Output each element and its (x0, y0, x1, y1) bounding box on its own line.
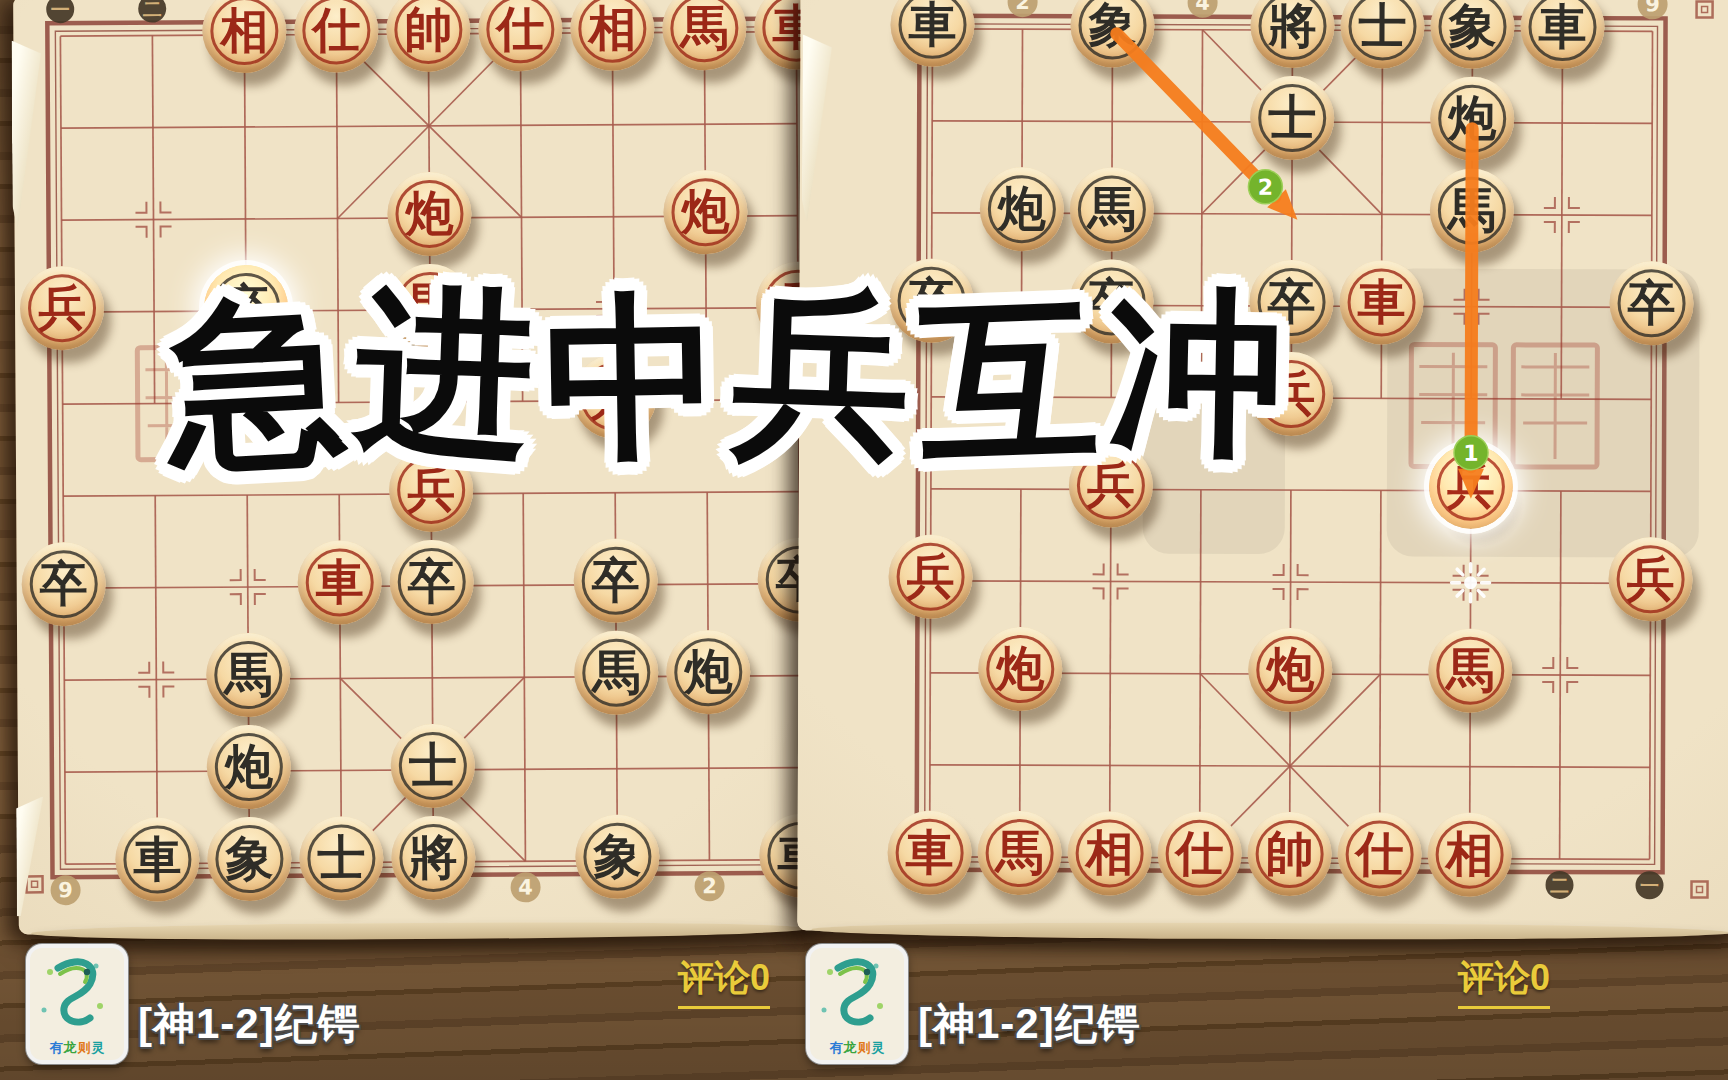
piece-black-elephant[interactable]: 象 (1430, 0, 1514, 69)
dragon-avatar-icon (810, 948, 896, 1052)
piece-black-advisor[interactable]: 士 (299, 816, 384, 901)
piece-red-advisor[interactable]: 仕 (1157, 812, 1241, 896)
right-userbar: 有龙则灵 [神1-2]纪锷 评论0 (806, 944, 1550, 1074)
piece-glyph: 相 (570, 0, 655, 71)
piece-glyph: 卒 (889, 259, 973, 343)
piece-glyph: 炮 (1430, 77, 1514, 161)
piece-black-soldier[interactable]: 卒 (1609, 261, 1693, 345)
piece-glyph: 士 (1250, 76, 1334, 160)
piece-black-soldier[interactable]: 卒 (204, 265, 289, 350)
piece-black-chariot[interactable]: 車 (890, 0, 974, 67)
piece-glyph: 炮 (663, 170, 748, 255)
piece-glyph: 兵 (1069, 443, 1153, 527)
piece-glyph: 卒 (1069, 259, 1153, 343)
piece-black-king[interactable]: 將 (391, 816, 476, 901)
piece-red-elephant[interactable]: 相 (202, 0, 287, 73)
piece-glyph: 馬 (1070, 167, 1154, 251)
piece-glyph: 象 (575, 815, 660, 900)
piece-black-advisor[interactable]: 士 (391, 724, 476, 809)
left-userbar: 有龙则灵 [神1-2]纪锷 评论0 (26, 944, 770, 1074)
piece-black-soldier[interactable]: 卒 (21, 542, 106, 627)
piece-glyph: 馬 (662, 0, 747, 70)
piece-glyph: 車 (297, 540, 382, 625)
piece-glyph: 兵 (888, 535, 972, 619)
piece-red-king[interactable]: 帥 (1247, 812, 1331, 896)
piece-red-king[interactable]: 帥 (386, 0, 471, 72)
comments-link[interactable]: 评论0 (1458, 954, 1550, 1009)
piece-black-king[interactable]: 將 (1250, 0, 1334, 68)
piece-red-chariot[interactable]: 車 (297, 540, 382, 625)
piece-glyph: 士 (1340, 0, 1424, 69)
piece-red-cannon[interactable]: 炮 (978, 627, 1062, 711)
piece-black-horse[interactable]: 馬 (1070, 167, 1154, 251)
piece-black-soldier[interactable]: 卒 (889, 259, 973, 343)
piece-black-cannon[interactable]: 炮 (207, 725, 292, 810)
piece-glyph: 仕 (1337, 812, 1421, 896)
right-board-paper: 249二一 車象將士象車士炮炮馬馬卒卒卒車卒兵兵兵兵兵炮炮馬車馬相仕帥仕相 21 (797, 0, 1728, 934)
piece-glyph: 炮 (1248, 628, 1332, 712)
piece-glyph: 象 (1070, 0, 1154, 68)
piece-red-horse[interactable]: 馬 (1428, 629, 1512, 713)
dragon-avatar-icon (30, 948, 116, 1052)
piece-glyph: 相 (1067, 811, 1151, 895)
piece-red-cannon[interactable]: 炮 (1248, 628, 1332, 712)
piece-glyph: 車 (1339, 260, 1423, 344)
piece-glyph: 相 (1427, 813, 1511, 897)
left-board-paper: 一二942 相仕帥仕相馬車炮炮兵卒馬兵兵兵卒車卒卒卒馬馬炮炮士車象士將象車 (13, 0, 819, 934)
piece-glyph: 卒 (389, 540, 474, 625)
piece-black-soldier[interactable]: 卒 (1069, 259, 1153, 343)
piece-red-cannon[interactable]: 炮 (387, 172, 472, 257)
piece-glyph: 馬 (574, 631, 659, 716)
piece-glyph: 炮 (666, 630, 751, 715)
piece-glyph: 象 (207, 817, 292, 902)
piece-red-elephant[interactable]: 相 (570, 0, 655, 71)
piece-glyph: 卒 (21, 542, 106, 627)
piece-glyph: 兵 (1608, 537, 1692, 621)
piece-glyph: 兵 (1429, 445, 1513, 529)
avatar[interactable]: 有龙则灵 (806, 944, 908, 1064)
screenshot-root: 一二942 相仕帥仕相馬車炮炮兵卒馬兵兵兵卒車卒卒卒馬馬炮炮士車象士將象車 24… (0, 0, 1728, 1080)
piece-black-horse[interactable]: 馬 (574, 631, 659, 716)
username: [神1-2]纪锷 (138, 996, 361, 1052)
piece-glyph: 馬 (1428, 629, 1512, 713)
piece-red-soldier[interactable]: 兵 (1608, 537, 1692, 621)
piece-red-elephant[interactable]: 相 (1427, 813, 1511, 897)
piece-glyph: 卒 (1609, 261, 1693, 345)
piece-glyph: 仕 (478, 0, 563, 72)
piece-red-chariot[interactable]: 車 (887, 811, 971, 895)
piece-black-horse[interactable]: 馬 (206, 633, 291, 718)
piece-black-cannon[interactable]: 炮 (1430, 77, 1514, 161)
piece-black-chariot[interactable]: 車 (115, 817, 200, 902)
piece-red-horse[interactable]: 馬 (388, 264, 473, 349)
piece-glyph: 象 (1430, 0, 1514, 69)
piece-red-advisor[interactable]: 仕 (478, 0, 563, 72)
piece-glyph: 炮 (980, 167, 1064, 251)
piece-black-elephant[interactable]: 象 (1070, 0, 1154, 68)
piece-glyph: 仕 (1157, 812, 1241, 896)
piece-red-soldier[interactable]: 兵 (389, 448, 474, 533)
piece-red-soldier[interactable]: 兵 (1249, 352, 1333, 436)
piece-glyph: 兵 (572, 355, 657, 440)
piece-red-soldier[interactable]: 兵 (20, 266, 105, 351)
piece-red-soldier[interactable]: 兵 (572, 355, 657, 440)
avatar-caption: 有龙则灵 (30, 1039, 124, 1057)
piece-glyph: 帥 (386, 0, 471, 72)
piece-glyph: 士 (391, 724, 476, 809)
avatar[interactable]: 有龙则灵 (26, 944, 128, 1064)
piece-red-horse[interactable]: 馬 (662, 0, 747, 70)
piece-glyph: 帥 (1247, 812, 1331, 896)
piece-black-advisor[interactable]: 士 (1340, 0, 1424, 69)
piece-black-soldier[interactable]: 卒 (389, 540, 474, 625)
piece-glyph: 炮 (978, 627, 1062, 711)
piece-glyph: 相 (202, 0, 287, 73)
piece-black-soldier[interactable]: 卒 (1249, 260, 1333, 344)
piece-glyph: 士 (299, 816, 384, 901)
piece-glyph: 兵 (1249, 352, 1333, 436)
piece-glyph: 卒 (573, 539, 658, 624)
piece-glyph: 車 (890, 0, 974, 67)
piece-glyph: 馬 (1430, 169, 1514, 253)
piece-glyph: 炮 (387, 172, 472, 257)
piece-black-elephant[interactable]: 象 (207, 817, 292, 902)
left-board-pieces: 相仕帥仕相馬車炮炮兵卒馬兵兵兵卒車卒卒卒馬馬炮炮士車象士將象車 (13, 0, 819, 934)
piece-glyph: 馬 (206, 633, 291, 718)
piece-red-horse[interactable]: 馬 (977, 811, 1061, 895)
piece-black-chariot[interactable]: 車 (1520, 0, 1604, 69)
piece-glyph: 將 (391, 816, 476, 901)
piece-glyph: 兵 (389, 448, 474, 533)
piece-glyph: 卒 (204, 265, 289, 350)
piece-glyph: 車 (1520, 0, 1604, 69)
piece-glyph: 將 (1250, 0, 1334, 68)
piece-glyph: 車 (887, 811, 971, 895)
username: [神1-2]纪锷 (918, 996, 1141, 1052)
piece-glyph: 仕 (294, 0, 379, 73)
piece-glyph: 馬 (977, 811, 1061, 895)
piece-black-advisor[interactable]: 士 (1250, 76, 1334, 160)
piece-red-chariot[interactable]: 車 (1339, 260, 1423, 344)
piece-glyph: 卒 (1249, 260, 1333, 344)
piece-glyph: 兵 (20, 266, 105, 351)
piece-red-soldier[interactable]: 兵 (1069, 443, 1153, 527)
piece-red-soldier[interactable]: 兵 (888, 535, 972, 619)
piece-black-cannon[interactable]: 炮 (980, 167, 1064, 251)
piece-black-elephant[interactable]: 象 (575, 815, 660, 900)
piece-black-horse[interactable]: 馬 (1430, 169, 1514, 253)
piece-red-elephant[interactable]: 相 (1067, 811, 1151, 895)
piece-glyph: 車 (115, 817, 200, 902)
piece-glyph: 炮 (207, 725, 292, 810)
piece-red-soldier[interactable]: 兵 (1429, 445, 1513, 529)
comments-link[interactable]: 评论0 (678, 954, 770, 1009)
piece-red-advisor[interactable]: 仕 (294, 0, 379, 73)
piece-red-cannon[interactable]: 炮 (663, 170, 748, 255)
piece-glyph: 馬 (388, 264, 473, 349)
piece-black-soldier[interactable]: 卒 (573, 539, 658, 624)
piece-red-advisor[interactable]: 仕 (1337, 812, 1421, 896)
right-board-pieces: 車象將士象車士炮炮馬馬卒卒卒車卒兵兵兵兵兵炮炮馬車馬相仕帥仕相 (797, 0, 1728, 934)
piece-black-cannon[interactable]: 炮 (666, 630, 751, 715)
avatar-caption: 有龙则灵 (810, 1039, 904, 1057)
